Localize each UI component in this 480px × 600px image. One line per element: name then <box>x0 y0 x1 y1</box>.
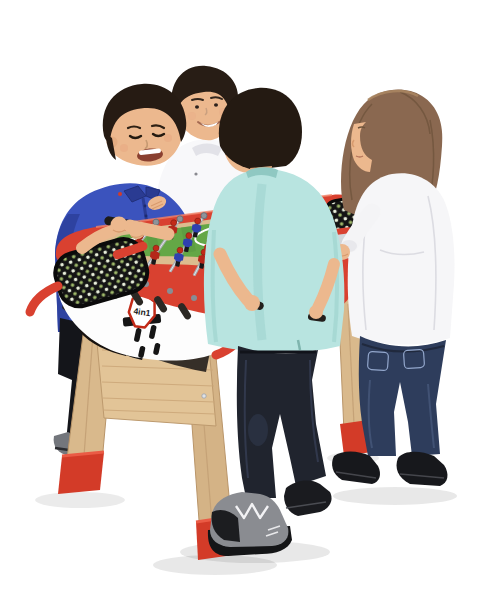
aqua-boy-sneaker <box>208 492 292 556</box>
aqua-boy-hand-right <box>309 305 323 319</box>
blue-boy-hand-right <box>111 217 128 234</box>
girl-shoe-right <box>397 452 448 486</box>
photo-canvas: 4in1 <box>0 0 480 600</box>
aqua-boy-hand-left <box>244 295 260 311</box>
left-carry-handle <box>30 286 58 312</box>
foot-cap-front-left <box>58 452 104 494</box>
product-photo-foosball: 4in1 <box>0 0 480 600</box>
aqua-boy-shoe-right <box>284 481 332 516</box>
aqua-boy-hair <box>219 88 302 170</box>
